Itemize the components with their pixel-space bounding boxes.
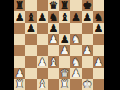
square-e2[interactable]: ♛ bbox=[59, 68, 70, 79]
square-c8[interactable] bbox=[37, 0, 48, 11]
square-g6[interactable] bbox=[82, 23, 93, 34]
square-a4[interactable] bbox=[14, 45, 25, 56]
black-pawn-piece: ♟ bbox=[82, 11, 91, 21]
square-g2[interactable] bbox=[82, 68, 93, 79]
square-e8[interactable]: ♜ bbox=[59, 0, 70, 11]
square-b3[interactable] bbox=[25, 56, 36, 67]
black-pawn-piece: ♟ bbox=[37, 11, 46, 21]
white-pawn-piece: ♟ bbox=[71, 68, 80, 78]
square-b4[interactable] bbox=[25, 45, 36, 56]
square-c6[interactable] bbox=[37, 23, 48, 34]
square-h5[interactable] bbox=[93, 34, 104, 45]
white-knight-piece: ♞ bbox=[71, 56, 80, 66]
square-g5[interactable] bbox=[82, 34, 93, 45]
black-pawn-piece: ♟ bbox=[49, 23, 58, 33]
square-f5[interactable]: ♞ bbox=[70, 34, 81, 45]
square-c4[interactable] bbox=[37, 45, 48, 56]
white-rook-piece: ♜ bbox=[15, 79, 24, 89]
white-pawn-piece: ♟ bbox=[94, 56, 103, 66]
square-d4[interactable] bbox=[48, 45, 59, 56]
square-g3[interactable] bbox=[82, 56, 93, 67]
square-e7[interactable]: ♝ bbox=[59, 11, 70, 22]
square-b1[interactable] bbox=[25, 79, 36, 90]
square-e3[interactable] bbox=[59, 56, 70, 67]
square-b8[interactable] bbox=[25, 0, 36, 11]
square-h6[interactable]: ♟ bbox=[93, 23, 104, 34]
square-c3[interactable]: ♟ bbox=[37, 56, 48, 67]
square-e5[interactable]: ♟ bbox=[59, 34, 70, 45]
black-knight-piece: ♞ bbox=[49, 11, 58, 21]
square-a7[interactable]: ♟ bbox=[14, 11, 25, 22]
square-a1[interactable]: ♜ bbox=[14, 79, 25, 90]
square-c2[interactable] bbox=[37, 68, 48, 79]
square-c5[interactable] bbox=[37, 34, 48, 45]
black-pawn-piece: ♟ bbox=[94, 23, 103, 33]
white-knight-piece: ♞ bbox=[71, 34, 80, 44]
white-pawn-piece: ♟ bbox=[37, 56, 46, 66]
white-bishop-piece: ♝ bbox=[37, 79, 46, 89]
black-king-piece: ♚ bbox=[82, 0, 91, 10]
square-d7[interactable]: ♞ bbox=[48, 11, 59, 22]
black-pawn-piece: ♟ bbox=[26, 23, 35, 33]
black-pawn-piece: ♟ bbox=[15, 11, 24, 21]
black-rook-piece: ♜ bbox=[15, 0, 24, 10]
black-pawn-piece: ♟ bbox=[60, 34, 69, 44]
square-d8[interactable]: ♛ bbox=[48, 0, 59, 11]
square-d6[interactable]: ♟ bbox=[48, 23, 59, 34]
white-king-piece: ♚ bbox=[82, 79, 91, 89]
square-f8[interactable] bbox=[70, 0, 81, 11]
square-a3[interactable] bbox=[14, 56, 25, 67]
square-h2[interactable] bbox=[93, 68, 104, 79]
square-a5[interactable] bbox=[14, 34, 25, 45]
square-b5[interactable] bbox=[25, 34, 36, 45]
black-queen-piece: ♛ bbox=[49, 0, 58, 10]
white-pawn-piece: ♟ bbox=[82, 45, 91, 55]
square-c7[interactable]: ♟ bbox=[37, 11, 48, 22]
white-bishop-piece: ♝ bbox=[49, 56, 58, 66]
black-pawn-piece: ♟ bbox=[71, 11, 80, 21]
square-d1[interactable] bbox=[48, 79, 59, 90]
square-f2[interactable]: ♟ bbox=[70, 68, 81, 79]
square-f7[interactable]: ♟ bbox=[70, 11, 81, 22]
square-h3[interactable]: ♟ bbox=[93, 56, 104, 67]
square-f4[interactable] bbox=[70, 45, 81, 56]
square-f6[interactable] bbox=[70, 23, 81, 34]
white-pawn-piece: ♟ bbox=[15, 68, 24, 78]
square-e6[interactable] bbox=[59, 23, 70, 34]
square-b7[interactable]: ♝ bbox=[25, 11, 36, 22]
square-e4[interactable]: ♟ bbox=[59, 45, 70, 56]
square-h8[interactable] bbox=[93, 0, 104, 11]
black-bishop-piece: ♝ bbox=[26, 11, 35, 21]
black-rook-piece: ♜ bbox=[60, 0, 69, 10]
square-f1[interactable] bbox=[70, 79, 81, 90]
square-h1[interactable] bbox=[93, 79, 104, 90]
square-h7[interactable]: ♞ bbox=[93, 11, 104, 22]
page-background: ♜♛♜♚♟♝♟♞♝♟♟♞♟♟♟♟♟♞♟♟♟♝♞♟♟♛♟♜♝♜♚ bbox=[0, 0, 120, 90]
square-h4[interactable] bbox=[93, 45, 104, 56]
square-d5[interactable]: ♟ bbox=[48, 34, 59, 45]
black-bishop-piece: ♝ bbox=[60, 11, 69, 21]
white-pawn-piece: ♟ bbox=[49, 34, 58, 44]
white-queen-piece: ♛ bbox=[60, 68, 69, 78]
square-f3[interactable]: ♞ bbox=[70, 56, 81, 67]
square-b2[interactable] bbox=[25, 68, 36, 79]
square-c1[interactable]: ♝ bbox=[37, 79, 48, 90]
chess-board: ♜♛♜♚♟♝♟♞♝♟♟♞♟♟♟♟♟♞♟♟♟♝♞♟♟♛♟♜♝♜♚ bbox=[14, 0, 104, 90]
black-knight-piece: ♞ bbox=[94, 11, 103, 21]
square-g1[interactable]: ♚ bbox=[82, 79, 93, 90]
square-a8[interactable]: ♜ bbox=[14, 0, 25, 11]
square-d3[interactable]: ♝ bbox=[48, 56, 59, 67]
white-pawn-piece: ♟ bbox=[60, 45, 69, 55]
square-b6[interactable]: ♟ bbox=[25, 23, 36, 34]
square-g7[interactable]: ♟ bbox=[82, 11, 93, 22]
square-g4[interactable]: ♟ bbox=[82, 45, 93, 56]
square-d2[interactable] bbox=[48, 68, 59, 79]
square-g8[interactable]: ♚ bbox=[82, 0, 93, 11]
square-a2[interactable]: ♟ bbox=[14, 68, 25, 79]
white-rook-piece: ♜ bbox=[60, 79, 69, 89]
square-a6[interactable] bbox=[14, 23, 25, 34]
square-e1[interactable]: ♜ bbox=[59, 79, 70, 90]
